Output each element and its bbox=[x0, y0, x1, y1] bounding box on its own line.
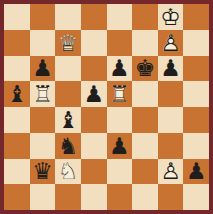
square-c3[interactable]: ♞ bbox=[55, 133, 81, 159]
black-pawn[interactable]: ♟ bbox=[30, 56, 54, 80]
white-pawn[interactable]: ♟♙ bbox=[159, 159, 183, 183]
square-f6[interactable]: ♚ bbox=[132, 56, 158, 82]
square-g2[interactable]: ♟♙ bbox=[158, 159, 184, 185]
black-knight-glyph: ♞ bbox=[56, 134, 80, 158]
black-pawn-glyph: ♟ bbox=[30, 56, 54, 80]
square-b5[interactable]: ♜♖ bbox=[30, 81, 56, 107]
square-g5[interactable] bbox=[158, 81, 184, 107]
square-d7[interactable] bbox=[81, 30, 107, 56]
square-e6[interactable]: ♟ bbox=[107, 56, 133, 82]
black-pawn[interactable]: ♟ bbox=[159, 56, 183, 80]
square-b3[interactable] bbox=[30, 133, 56, 159]
square-c2[interactable]: ♞♘ bbox=[55, 159, 81, 185]
black-pawn[interactable]: ♟ bbox=[107, 56, 131, 80]
black-pawn[interactable]: ♟ bbox=[82, 82, 106, 106]
square-f8[interactable] bbox=[132, 4, 158, 30]
square-h3[interactable] bbox=[183, 133, 209, 159]
white-rook-outline-glyph: ♖ bbox=[30, 82, 54, 106]
square-g6[interactable]: ♟ bbox=[158, 56, 184, 82]
square-h7[interactable] bbox=[183, 30, 209, 56]
black-pawn[interactable]: ♟ bbox=[184, 159, 208, 183]
square-h6[interactable] bbox=[183, 56, 209, 82]
square-f1[interactable] bbox=[132, 184, 158, 210]
black-pawn-glyph: ♟ bbox=[107, 134, 131, 158]
square-f4[interactable] bbox=[132, 107, 158, 133]
black-bishop[interactable]: ♝ bbox=[56, 108, 80, 132]
white-king[interactable]: ♚♔ bbox=[159, 5, 183, 29]
square-f5[interactable] bbox=[132, 81, 158, 107]
square-e5[interactable]: ♜♖ bbox=[107, 81, 133, 107]
square-h8[interactable] bbox=[183, 4, 209, 30]
white-knight[interactable]: ♞♘ bbox=[56, 159, 80, 183]
square-d3[interactable] bbox=[81, 133, 107, 159]
black-bishop-glyph: ♝ bbox=[56, 108, 80, 132]
square-e8[interactable] bbox=[107, 4, 133, 30]
black-queen[interactable]: ♛ bbox=[30, 159, 54, 183]
square-a2[interactable] bbox=[4, 159, 30, 185]
white-pawn[interactable]: ♟♙ bbox=[159, 31, 183, 55]
square-b8[interactable] bbox=[30, 4, 56, 30]
chess-board: ♚♔♛♕♟♙♟♟♚♟♝♜♖♟♜♖♝♞♟♛♞♘♟♙♟ bbox=[4, 4, 209, 210]
square-f2[interactable] bbox=[132, 159, 158, 185]
white-pawn-outline-glyph: ♙ bbox=[159, 159, 183, 183]
square-a6[interactable] bbox=[4, 56, 30, 82]
square-g8[interactable]: ♚♔ bbox=[158, 4, 184, 30]
square-g1[interactable] bbox=[158, 184, 184, 210]
square-h4[interactable] bbox=[183, 107, 209, 133]
square-a1[interactable] bbox=[4, 184, 30, 210]
square-f3[interactable] bbox=[132, 133, 158, 159]
square-d5[interactable]: ♟ bbox=[81, 81, 107, 107]
square-b2[interactable]: ♛ bbox=[30, 159, 56, 185]
square-d2[interactable] bbox=[81, 159, 107, 185]
square-c6[interactable] bbox=[55, 56, 81, 82]
white-rook[interactable]: ♜♖ bbox=[107, 82, 131, 106]
square-g3[interactable] bbox=[158, 133, 184, 159]
white-queen[interactable]: ♛♕ bbox=[56, 31, 80, 55]
white-king-outline-glyph: ♔ bbox=[159, 5, 183, 29]
square-c8[interactable] bbox=[55, 4, 81, 30]
black-pawn-glyph: ♟ bbox=[107, 56, 131, 80]
square-b1[interactable] bbox=[30, 184, 56, 210]
square-a4[interactable] bbox=[4, 107, 30, 133]
square-b4[interactable] bbox=[30, 107, 56, 133]
square-g7[interactable]: ♟♙ bbox=[158, 30, 184, 56]
square-e3[interactable]: ♟ bbox=[107, 133, 133, 159]
square-h1[interactable] bbox=[183, 184, 209, 210]
black-pawn-glyph: ♟ bbox=[184, 159, 208, 183]
square-d4[interactable] bbox=[81, 107, 107, 133]
square-d6[interactable] bbox=[81, 56, 107, 82]
chess-board-screenshot: ♚♔♛♕♟♙♟♟♚♟♝♜♖♟♜♖♝♞♟♛♞♘♟♙♟ bbox=[0, 0, 213, 214]
square-d1[interactable] bbox=[81, 184, 107, 210]
square-a3[interactable] bbox=[4, 133, 30, 159]
square-e1[interactable] bbox=[107, 184, 133, 210]
square-f7[interactable] bbox=[132, 30, 158, 56]
square-d8[interactable] bbox=[81, 4, 107, 30]
black-king-glyph: ♚ bbox=[133, 56, 157, 80]
white-queen-outline-glyph: ♕ bbox=[56, 31, 80, 55]
black-pawn-glyph: ♟ bbox=[82, 82, 106, 106]
black-queen-glyph: ♛ bbox=[30, 159, 54, 183]
black-bishop-glyph: ♝ bbox=[5, 82, 29, 106]
square-e4[interactable] bbox=[107, 107, 133, 133]
black-pawn[interactable]: ♟ bbox=[107, 134, 131, 158]
white-rook-outline-glyph: ♖ bbox=[107, 82, 131, 106]
black-bishop[interactable]: ♝ bbox=[5, 82, 29, 106]
white-pawn-outline-glyph: ♙ bbox=[159, 31, 183, 55]
square-e2[interactable] bbox=[107, 159, 133, 185]
square-b6[interactable]: ♟ bbox=[30, 56, 56, 82]
black-pawn-glyph: ♟ bbox=[159, 56, 183, 80]
square-a5[interactable]: ♝ bbox=[4, 81, 30, 107]
square-c1[interactable] bbox=[55, 184, 81, 210]
black-king[interactable]: ♚ bbox=[133, 56, 157, 80]
square-g4[interactable] bbox=[158, 107, 184, 133]
square-h5[interactable] bbox=[183, 81, 209, 107]
square-a7[interactable] bbox=[4, 30, 30, 56]
square-c7[interactable]: ♛♕ bbox=[55, 30, 81, 56]
square-e7[interactable] bbox=[107, 30, 133, 56]
black-knight[interactable]: ♞ bbox=[56, 134, 80, 158]
square-b7[interactable] bbox=[30, 30, 56, 56]
white-rook[interactable]: ♜♖ bbox=[30, 82, 54, 106]
square-h2[interactable]: ♟ bbox=[183, 159, 209, 185]
white-knight-outline-glyph: ♘ bbox=[56, 159, 80, 183]
square-c4[interactable]: ♝ bbox=[55, 107, 81, 133]
square-a8[interactable] bbox=[4, 4, 30, 30]
square-c5[interactable] bbox=[55, 81, 81, 107]
